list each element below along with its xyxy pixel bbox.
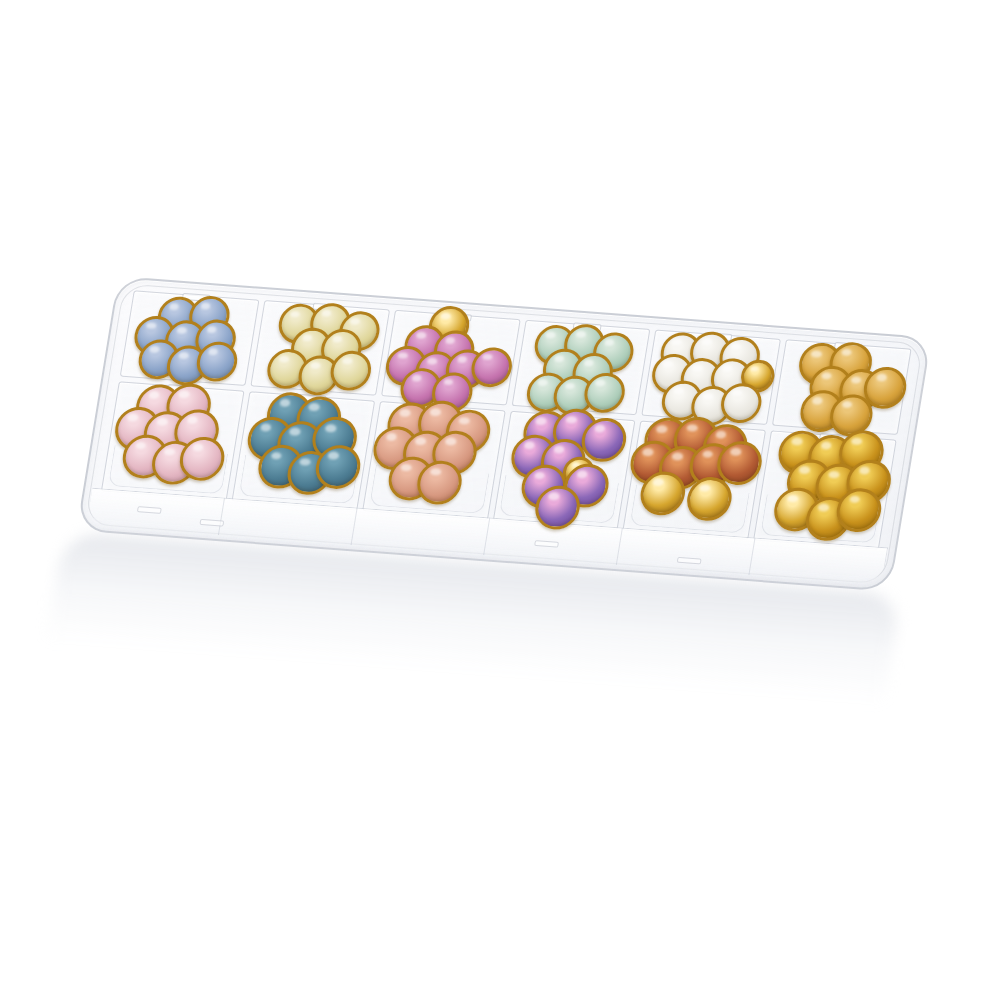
- compartment-r2c2-teal: [231, 391, 374, 510]
- compartment-r1c3-orchid-pink: [381, 310, 521, 406]
- product-photo: [0, 0, 1000, 1000]
- compartment-r1c5-white-opal: [642, 329, 782, 425]
- compartment-r2c3-peach: [362, 401, 505, 520]
- compartment-r1c6-amber: [772, 339, 912, 435]
- organizer-box: [76, 276, 931, 592]
- compartment-r1c2-cream: [250, 300, 390, 396]
- front-mold-mark: [199, 519, 224, 527]
- compartment-r1c4-mint-green: [511, 320, 651, 416]
- compartment-r2c1-rose-pink: [101, 381, 244, 500]
- compartment-r2c6-gold: [753, 431, 896, 550]
- compartment-r2c5-copper-ab: [623, 421, 766, 540]
- compartment-r2c4-violet-ab: [492, 411, 635, 530]
- front-mold-mark: [137, 506, 162, 514]
- compartment-r1c1-powder-blue: [120, 290, 260, 386]
- front-mold-mark: [534, 540, 559, 548]
- front-mold-mark: [676, 557, 701, 565]
